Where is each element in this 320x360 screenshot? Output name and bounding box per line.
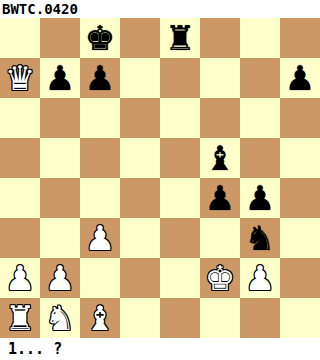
square-g6[interactable] [240,98,280,138]
piece-white-queen[interactable]: ♛ [5,58,35,98]
square-c1[interactable]: ♝ [80,298,120,338]
square-h6[interactable] [280,98,320,138]
square-e6[interactable] [160,98,200,138]
square-e2[interactable] [160,258,200,298]
square-e7[interactable] [160,58,200,98]
square-e4[interactable] [160,178,200,218]
square-b3[interactable] [40,218,80,258]
square-b6[interactable] [40,98,80,138]
square-g2[interactable]: ♟ [240,258,280,298]
square-f5[interactable]: ♝ [200,138,240,178]
square-d2[interactable] [120,258,160,298]
square-c4[interactable] [80,178,120,218]
square-d8[interactable] [120,18,160,58]
square-a4[interactable] [0,178,40,218]
square-a3[interactable] [0,218,40,258]
square-g7[interactable] [240,58,280,98]
square-f3[interactable] [200,218,240,258]
square-e8[interactable]: ♜ [160,18,200,58]
square-c7[interactable]: ♟ [80,58,120,98]
square-b2[interactable]: ♟ [40,258,80,298]
square-d4[interactable] [120,178,160,218]
piece-black-pawn[interactable]: ♟ [245,178,275,218]
square-h4[interactable] [280,178,320,218]
piece-black-pawn[interactable]: ♟ [85,58,115,98]
square-g5[interactable] [240,138,280,178]
square-b8[interactable] [40,18,80,58]
square-f6[interactable] [200,98,240,138]
square-f8[interactable] [200,18,240,58]
piece-white-pawn[interactable]: ♟ [45,258,75,298]
square-b7[interactable]: ♟ [40,58,80,98]
piece-white-bishop[interactable]: ♝ [85,298,115,338]
piece-black-pawn[interactable]: ♟ [45,58,75,98]
puzzle-id-title: BWTC.0420 [0,0,320,18]
piece-white-pawn[interactable]: ♟ [5,258,35,298]
square-a6[interactable] [0,98,40,138]
move-prompt: 1... ? [0,338,320,360]
piece-black-pawn[interactable]: ♟ [285,58,315,98]
square-c2[interactable] [80,258,120,298]
piece-white-knight[interactable]: ♞ [45,298,75,338]
square-f7[interactable] [200,58,240,98]
square-d7[interactable] [120,58,160,98]
square-g1[interactable] [240,298,280,338]
piece-black-bishop[interactable]: ♝ [205,138,235,178]
square-h5[interactable] [280,138,320,178]
chess-board: ♚♜♛♟♟♟♝♟♟♟♞♟♟♚♟♜♞♝ [0,18,320,338]
square-g8[interactable] [240,18,280,58]
square-e1[interactable] [160,298,200,338]
piece-white-rook[interactable]: ♜ [5,298,35,338]
square-d3[interactable] [120,218,160,258]
square-d6[interactable] [120,98,160,138]
square-a5[interactable] [0,138,40,178]
square-c6[interactable] [80,98,120,138]
square-c8[interactable]: ♚ [80,18,120,58]
piece-black-king[interactable]: ♚ [85,18,115,58]
square-f1[interactable] [200,298,240,338]
square-h8[interactable] [280,18,320,58]
square-a7[interactable]: ♛ [0,58,40,98]
square-b1[interactable]: ♞ [40,298,80,338]
square-h7[interactable]: ♟ [280,58,320,98]
square-b5[interactable] [40,138,80,178]
chess-puzzle-window: BWTC.0420 ♚♜♛♟♟♟♝♟♟♟♞♟♟♚♟♜♞♝ 1... ? [0,0,320,360]
piece-white-pawn[interactable]: ♟ [245,258,275,298]
square-g4[interactable]: ♟ [240,178,280,218]
square-d5[interactable] [120,138,160,178]
square-g3[interactable]: ♞ [240,218,280,258]
square-e3[interactable] [160,218,200,258]
square-f2[interactable]: ♚ [200,258,240,298]
square-a2[interactable]: ♟ [0,258,40,298]
piece-black-knight[interactable]: ♞ [245,218,275,258]
square-f4[interactable]: ♟ [200,178,240,218]
square-h3[interactable] [280,218,320,258]
square-h2[interactable] [280,258,320,298]
square-c5[interactable] [80,138,120,178]
square-e5[interactable] [160,138,200,178]
square-d1[interactable] [120,298,160,338]
square-a8[interactable] [0,18,40,58]
piece-white-pawn[interactable]: ♟ [85,218,115,258]
piece-black-rook[interactable]: ♜ [165,18,195,58]
square-c3[interactable]: ♟ [80,218,120,258]
square-b4[interactable] [40,178,80,218]
piece-black-pawn[interactable]: ♟ [205,178,235,218]
square-h1[interactable] [280,298,320,338]
square-a1[interactable]: ♜ [0,298,40,338]
piece-white-king[interactable]: ♚ [205,258,235,298]
